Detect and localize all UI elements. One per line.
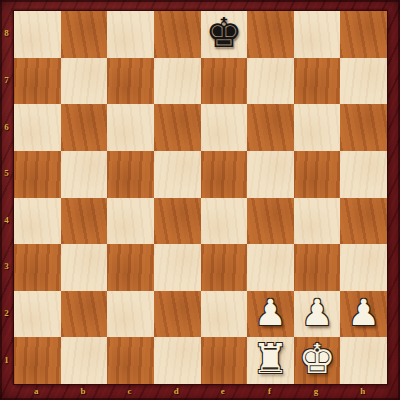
square-h7[interactable] xyxy=(340,58,387,105)
square-d4[interactable] xyxy=(154,198,201,245)
square-b3[interactable] xyxy=(61,244,108,291)
square-e7[interactable] xyxy=(201,58,248,105)
white-rook[interactable]: ♜ xyxy=(252,339,289,380)
file-label-g: g xyxy=(293,384,340,398)
rank-label-8: 8 xyxy=(0,10,13,57)
chess-board-frame: 87654321 ♚♟♟♟♜♚ abcdefgh xyxy=(0,0,400,400)
rank-label-3: 3 xyxy=(0,243,13,290)
file-label-e: e xyxy=(200,384,247,398)
square-e4[interactable] xyxy=(201,198,248,245)
square-d7[interactable] xyxy=(154,58,201,105)
square-e8[interactable]: ♚ xyxy=(201,11,248,58)
square-c5[interactable] xyxy=(107,151,154,198)
square-f3[interactable] xyxy=(247,244,294,291)
square-a7[interactable] xyxy=(14,58,61,105)
square-a2[interactable] xyxy=(14,291,61,338)
square-c3[interactable] xyxy=(107,244,154,291)
square-b6[interactable] xyxy=(61,104,108,151)
file-label-h: h xyxy=(339,384,386,398)
square-d5[interactable] xyxy=(154,151,201,198)
square-f4[interactable] xyxy=(247,198,294,245)
square-b5[interactable] xyxy=(61,151,108,198)
rank-labels: 87654321 xyxy=(0,10,13,383)
square-g7[interactable] xyxy=(294,58,341,105)
rank-label-6: 6 xyxy=(0,103,13,150)
square-g2[interactable]: ♟ xyxy=(294,291,341,338)
square-h5[interactable] xyxy=(340,151,387,198)
square-d1[interactable] xyxy=(154,337,201,384)
white-pawn[interactable]: ♟ xyxy=(348,295,380,331)
file-label-d: d xyxy=(153,384,200,398)
square-g6[interactable] xyxy=(294,104,341,151)
square-d2[interactable] xyxy=(154,291,201,338)
file-label-b: b xyxy=(60,384,107,398)
square-a8[interactable] xyxy=(14,11,61,58)
square-c4[interactable] xyxy=(107,198,154,245)
square-h1[interactable] xyxy=(340,337,387,384)
file-label-c: c xyxy=(106,384,153,398)
square-d6[interactable] xyxy=(154,104,201,151)
file-label-f: f xyxy=(246,384,293,398)
square-h6[interactable] xyxy=(340,104,387,151)
square-f5[interactable] xyxy=(247,151,294,198)
rank-label-2: 2 xyxy=(0,290,13,337)
square-f1[interactable]: ♜ xyxy=(247,337,294,384)
rank-label-1: 1 xyxy=(0,336,13,383)
square-e3[interactable] xyxy=(201,244,248,291)
rank-label-7: 7 xyxy=(0,57,13,104)
square-b1[interactable] xyxy=(61,337,108,384)
square-g8[interactable] xyxy=(294,11,341,58)
white-pawn[interactable]: ♟ xyxy=(254,295,286,331)
square-b4[interactable] xyxy=(61,198,108,245)
square-a1[interactable] xyxy=(14,337,61,384)
square-f6[interactable] xyxy=(247,104,294,151)
square-c7[interactable] xyxy=(107,58,154,105)
square-g4[interactable] xyxy=(294,198,341,245)
square-h3[interactable] xyxy=(340,244,387,291)
rank-label-5: 5 xyxy=(0,150,13,197)
square-e6[interactable] xyxy=(201,104,248,151)
square-c1[interactable] xyxy=(107,337,154,384)
rank-label-4: 4 xyxy=(0,197,13,244)
square-h2[interactable]: ♟ xyxy=(340,291,387,338)
square-a4[interactable] xyxy=(14,198,61,245)
square-d8[interactable] xyxy=(154,11,201,58)
square-b8[interactable] xyxy=(61,11,108,58)
square-g1[interactable]: ♚ xyxy=(294,337,341,384)
square-c6[interactable] xyxy=(107,104,154,151)
square-e2[interactable] xyxy=(201,291,248,338)
square-e5[interactable] xyxy=(201,151,248,198)
file-labels: abcdefgh xyxy=(13,384,386,398)
white-king[interactable]: ♚ xyxy=(299,339,336,380)
square-b2[interactable] xyxy=(61,291,108,338)
square-a5[interactable] xyxy=(14,151,61,198)
square-f7[interactable] xyxy=(247,58,294,105)
square-b7[interactable] xyxy=(61,58,108,105)
square-c8[interactable] xyxy=(107,11,154,58)
square-f2[interactable]: ♟ xyxy=(247,291,294,338)
square-h4[interactable] xyxy=(340,198,387,245)
square-g3[interactable] xyxy=(294,244,341,291)
square-e1[interactable] xyxy=(201,337,248,384)
square-a3[interactable] xyxy=(14,244,61,291)
square-f8[interactable] xyxy=(247,11,294,58)
white-pawn[interactable]: ♟ xyxy=(301,295,333,331)
square-d3[interactable] xyxy=(154,244,201,291)
square-h8[interactable] xyxy=(340,11,387,58)
chess-board: ♚♟♟♟♜♚ xyxy=(13,10,388,385)
square-c2[interactable] xyxy=(107,291,154,338)
black-king[interactable]: ♚ xyxy=(205,13,242,54)
file-label-a: a xyxy=(13,384,60,398)
square-g5[interactable] xyxy=(294,151,341,198)
square-a6[interactable] xyxy=(14,104,61,151)
